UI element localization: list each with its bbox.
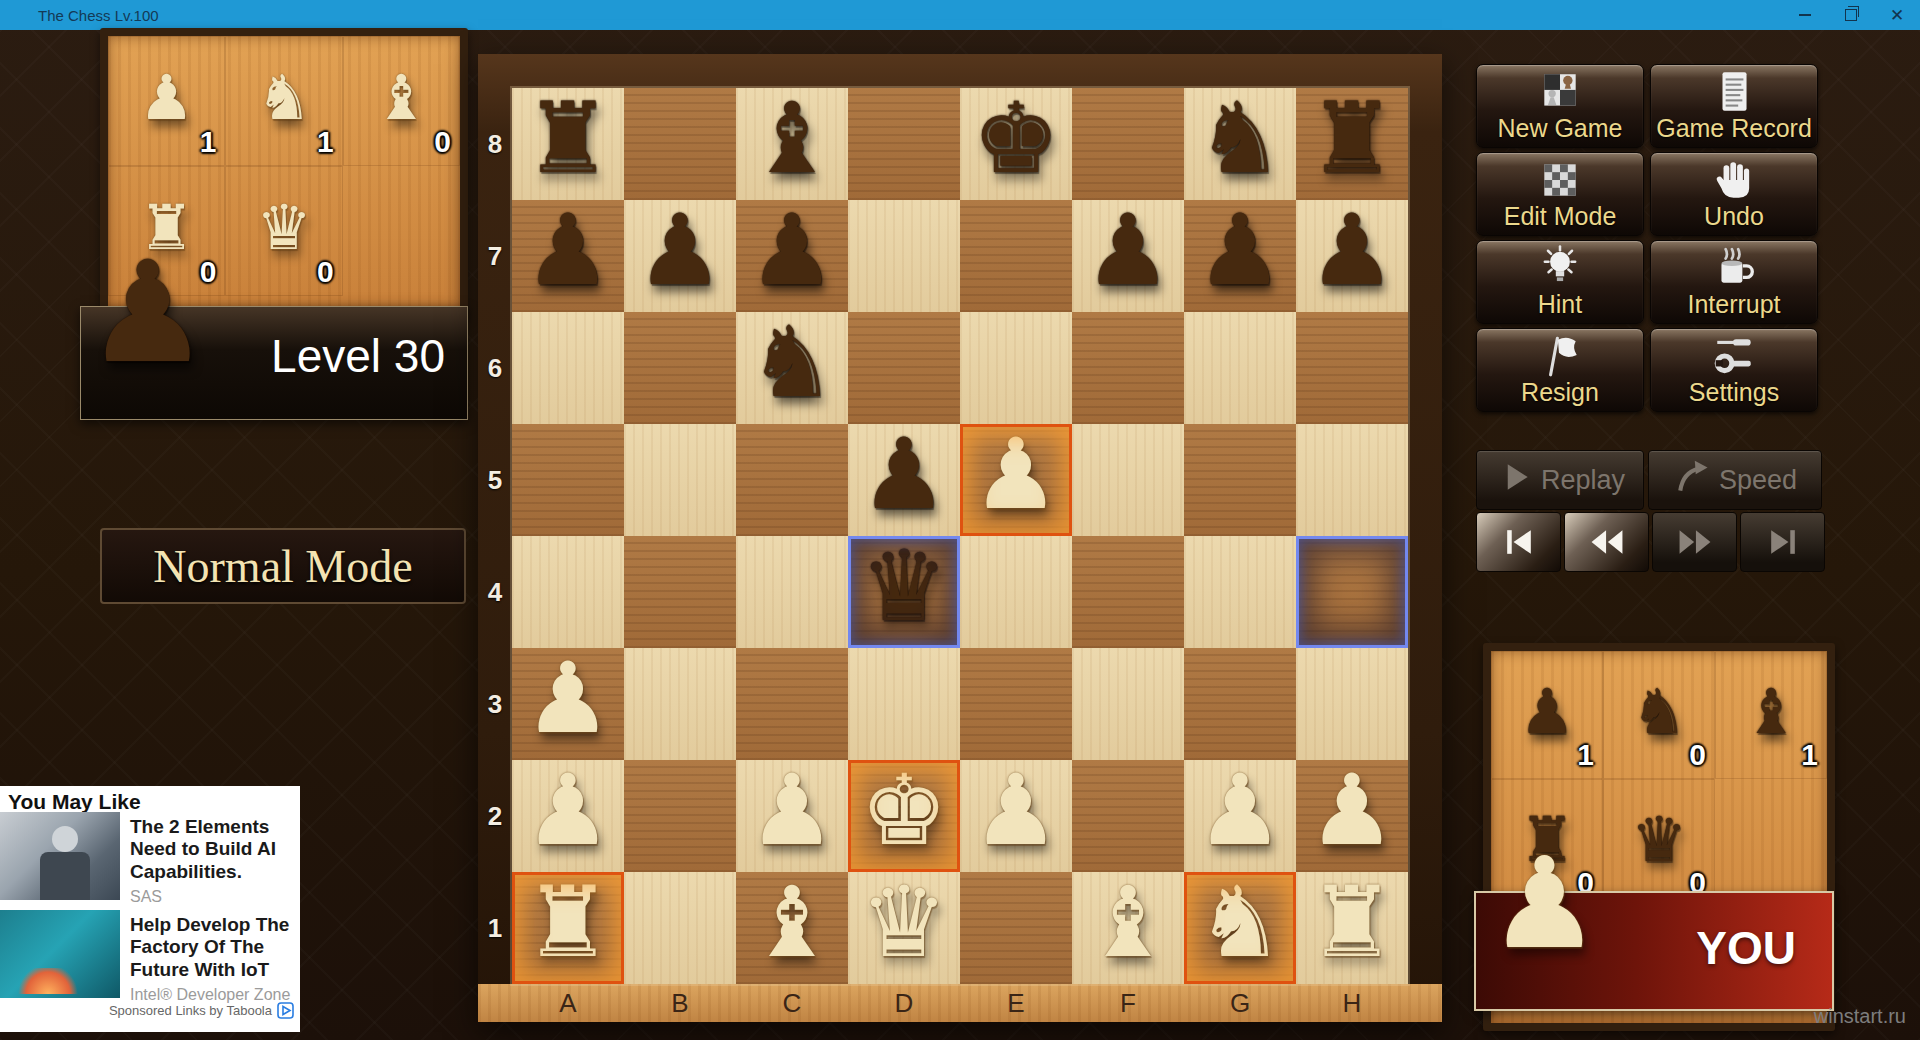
mode-label: Normal Mode bbox=[153, 540, 412, 593]
file-label-d: D bbox=[848, 984, 960, 1022]
piece-black-rook: ♜ bbox=[1308, 89, 1396, 187]
skip-start-button[interactable] bbox=[1476, 512, 1561, 572]
captured-count: 1 bbox=[317, 125, 334, 159]
restore-icon bbox=[1845, 9, 1857, 21]
replay-button[interactable]: Replay bbox=[1476, 450, 1644, 510]
square-f4[interactable] bbox=[1072, 536, 1184, 648]
file-label-b: B bbox=[624, 984, 736, 1022]
edit-mode-button[interactable]: Edit Mode bbox=[1476, 152, 1644, 236]
piece-black-queen: ♛ bbox=[860, 537, 948, 635]
rank-labels: 87654321 bbox=[478, 88, 512, 984]
black-piece-glyph: ♟ bbox=[1519, 681, 1575, 743]
rank-label-7: 7 bbox=[478, 200, 512, 312]
square-b3[interactable] bbox=[624, 648, 736, 760]
captured-count: 1 bbox=[200, 125, 217, 159]
square-g8[interactable]: ♞ bbox=[1184, 88, 1296, 200]
captured-black-pawn: ♟1 bbox=[1491, 651, 1603, 779]
file-label-f: F bbox=[1072, 984, 1184, 1022]
square-c5[interactable] bbox=[736, 424, 848, 536]
piece-black-pawn: ♟ bbox=[524, 201, 612, 299]
rank-label-1: 1 bbox=[478, 872, 512, 984]
minimize-icon bbox=[1799, 14, 1811, 16]
square-e7[interactable] bbox=[960, 200, 1072, 312]
ad-source-1: SAS bbox=[130, 888, 296, 906]
square-e8[interactable]: ♚ bbox=[960, 88, 1072, 200]
square-g3[interactable] bbox=[1184, 648, 1296, 760]
taboola-icon bbox=[277, 1002, 294, 1019]
square-h6[interactable] bbox=[1296, 312, 1408, 424]
opponent-level-label: Level 30 bbox=[271, 329, 445, 383]
square-a1[interactable]: ♜ bbox=[512, 872, 624, 984]
square-a7[interactable]: ♟ bbox=[512, 200, 624, 312]
piece-white-pawn: ♟ bbox=[748, 761, 836, 859]
player-panel: ♟ YOU bbox=[1474, 891, 1834, 1011]
square-c1[interactable]: ♝ bbox=[736, 872, 848, 984]
square-d7[interactable] bbox=[848, 200, 960, 312]
captured-white-bishop: ♝0 bbox=[343, 36, 460, 166]
fast-forward bbox=[1675, 522, 1715, 562]
skip-end-button[interactable] bbox=[1740, 512, 1825, 572]
square-d1[interactable]: ♛ bbox=[848, 872, 960, 984]
square-a4[interactable] bbox=[512, 536, 624, 648]
piece-white-pawn: ♟ bbox=[972, 761, 1060, 859]
captured-white-tray: ♟1♞1♝0♜0♛0 bbox=[100, 28, 468, 316]
button-label: New Game bbox=[1497, 115, 1622, 143]
piece-white-bishop: ♝ bbox=[1084, 873, 1172, 971]
piece-white-king: ♚ bbox=[860, 761, 948, 859]
piece-black-pawn: ♟ bbox=[748, 201, 836, 299]
piece-white-knight: ♞ bbox=[1196, 873, 1284, 971]
watermark: winstart.ru bbox=[1814, 1005, 1906, 1028]
menu-panel: New GameGame RecordEdit ModeUndoHintInte… bbox=[1476, 64, 1818, 412]
ad-item-1[interactable]: The 2 Elements Need to Build AI Capabili… bbox=[130, 816, 296, 906]
captured-count: 1 bbox=[1801, 738, 1818, 772]
square-b1[interactable] bbox=[624, 872, 736, 984]
captured-white-pawn: ♟1 bbox=[108, 36, 225, 166]
rank-label-6: 6 bbox=[478, 312, 512, 424]
square-c2[interactable]: ♟ bbox=[736, 760, 848, 872]
close-icon: ✕ bbox=[1890, 7, 1904, 24]
square-b4[interactable] bbox=[624, 536, 736, 648]
square-f6[interactable] bbox=[1072, 312, 1184, 424]
rank-label-3: 3 bbox=[478, 648, 512, 760]
square-b2[interactable] bbox=[624, 760, 736, 872]
ad-item-2[interactable]: Help Develop The Factory Of The Future W… bbox=[130, 914, 296, 1004]
ad-title-1: The 2 Elements Need to Build AI Capabili… bbox=[130, 816, 296, 883]
skip-end bbox=[1763, 522, 1803, 562]
taboola-label: Sponsored Links by Taboola bbox=[109, 1003, 272, 1018]
piece-white-pawn: ♟ bbox=[524, 761, 612, 859]
rank-label-2: 2 bbox=[478, 760, 512, 872]
black-piece-glyph: ♞ bbox=[1631, 681, 1687, 743]
square-d8[interactable] bbox=[848, 88, 960, 200]
square-e6[interactable] bbox=[960, 312, 1072, 424]
button-label: Interrupt bbox=[1687, 291, 1780, 319]
square-b6[interactable] bbox=[624, 312, 736, 424]
opponent-panel: ♟ Level 30 bbox=[80, 306, 468, 420]
file-label-e: E bbox=[960, 984, 1072, 1022]
square-d2[interactable]: ♚ bbox=[848, 760, 960, 872]
hint-button[interactable]: Hint bbox=[1476, 240, 1644, 324]
button-label: Edit Mode bbox=[1504, 203, 1617, 231]
piece-white-pawn: ♟ bbox=[972, 425, 1060, 523]
white-piece-glyph: ♟ bbox=[139, 67, 195, 129]
ad-title-2: Help Develop The Factory Of The Future W… bbox=[130, 914, 296, 981]
new-game-icon bbox=[1537, 69, 1583, 115]
square-c3[interactable] bbox=[736, 648, 848, 760]
square-h4[interactable] bbox=[1296, 536, 1408, 648]
square-h2[interactable]: ♟ bbox=[1296, 760, 1408, 872]
mode-panel: Normal Mode bbox=[100, 528, 466, 604]
skip-start bbox=[1499, 522, 1539, 562]
undo-hand-icon bbox=[1711, 157, 1757, 203]
ad-image-1 bbox=[0, 812, 120, 900]
square-f1[interactable]: ♝ bbox=[1072, 872, 1184, 984]
square-f8[interactable] bbox=[1072, 88, 1184, 200]
square-g4[interactable] bbox=[1184, 536, 1296, 648]
play-icon bbox=[1495, 457, 1535, 504]
piece-white-bishop: ♝ bbox=[748, 873, 836, 971]
square-e4[interactable] bbox=[960, 536, 1072, 648]
window-title: The Chess Lv.100 bbox=[38, 7, 159, 24]
speed-arrow-icon bbox=[1673, 457, 1713, 497]
settings-button[interactable]: Settings bbox=[1650, 328, 1818, 412]
square-g1[interactable]: ♞ bbox=[1184, 872, 1296, 984]
square-f3[interactable] bbox=[1072, 648, 1184, 760]
square-f7[interactable]: ♟ bbox=[1072, 200, 1184, 312]
replay-nav-row bbox=[1476, 512, 1825, 572]
interrupt-button[interactable]: Interrupt bbox=[1650, 240, 1818, 324]
game-record-icon bbox=[1711, 69, 1757, 115]
ad-image-2 bbox=[0, 910, 120, 998]
chess-board: ♜♝♚♞♜♟♟♟♟♟♟♞♟♟♛♟♟♟♚♟♟♟♜♝♛♝♞♜ bbox=[512, 88, 1408, 984]
taboola-attribution-link[interactable]: Sponsored Links by Taboola bbox=[109, 1002, 294, 1019]
close-button[interactable]: ✕ bbox=[1874, 0, 1920, 30]
resign-button[interactable]: Resign bbox=[1476, 328, 1644, 412]
square-c4[interactable] bbox=[736, 536, 848, 648]
piece-white-rook: ♜ bbox=[1308, 873, 1396, 971]
file-label-g: G bbox=[1184, 984, 1296, 1022]
piece-white-pawn: ♟ bbox=[524, 649, 612, 747]
board-frame: ABCDEFGH 87654321 ♜♝♚♞♜♟♟♟♟♟♟♞♟♟♛♟♟♟♚♟♟♟… bbox=[478, 54, 1442, 1022]
piece-black-rook: ♜ bbox=[524, 89, 612, 187]
square-e1[interactable] bbox=[960, 872, 1072, 984]
title-bar: The Chess Lv.100 ✕ bbox=[0, 0, 1920, 30]
button-label: Resign bbox=[1521, 379, 1599, 407]
file-label-a: A bbox=[512, 984, 624, 1022]
white-piece-glyph: ♝ bbox=[374, 67, 430, 129]
square-e3[interactable] bbox=[960, 648, 1072, 760]
square-b8[interactable] bbox=[624, 88, 736, 200]
black-piece-glyph: ♜ bbox=[1519, 809, 1575, 871]
rewind-button[interactable] bbox=[1564, 512, 1649, 572]
square-d6[interactable] bbox=[848, 312, 960, 424]
button-label: Undo bbox=[1704, 203, 1764, 231]
play-icon bbox=[1495, 457, 1535, 497]
speed-arrow-icon bbox=[1673, 457, 1713, 504]
captured-count: 0 bbox=[1689, 738, 1706, 772]
captured-count: 0 bbox=[317, 255, 334, 289]
square-d3[interactable] bbox=[848, 648, 960, 760]
rank-label-5: 5 bbox=[478, 424, 512, 536]
square-h5[interactable] bbox=[1296, 424, 1408, 536]
piece-black-pawn: ♟ bbox=[1308, 201, 1396, 299]
button-label: Hint bbox=[1538, 291, 1582, 319]
captured-black-bishop: ♝1 bbox=[1715, 651, 1827, 779]
hint-bulb-icon bbox=[1537, 245, 1583, 291]
new-game-button[interactable]: New Game bbox=[1476, 64, 1644, 148]
captured-white-knight: ♞1 bbox=[225, 36, 342, 166]
player-label: YOU bbox=[1696, 921, 1796, 975]
speed-button[interactable]: Speed bbox=[1648, 450, 1822, 510]
white-piece-glyph: ♛ bbox=[256, 197, 312, 259]
square-g7[interactable]: ♟ bbox=[1184, 200, 1296, 312]
captured-black-knight: ♞0 bbox=[1603, 651, 1715, 779]
square-a3[interactable]: ♟ bbox=[512, 648, 624, 760]
piece-black-pawn: ♟ bbox=[1196, 201, 1284, 299]
file-labels: ABCDEFGH bbox=[512, 984, 1408, 1022]
square-a8[interactable]: ♜ bbox=[512, 88, 624, 200]
square-g5[interactable] bbox=[1184, 424, 1296, 536]
captured-black-rook: ♜0 bbox=[1491, 779, 1603, 907]
settings-tools-icon bbox=[1711, 333, 1757, 379]
edit-mode-icon bbox=[1537, 157, 1583, 203]
square-d4[interactable]: ♛ bbox=[848, 536, 960, 648]
white-piece-glyph: ♜ bbox=[139, 197, 195, 259]
black-piece-glyph: ♛ bbox=[1631, 809, 1687, 871]
square-c7[interactable]: ♟ bbox=[736, 200, 848, 312]
fast-forward-button[interactable] bbox=[1652, 512, 1737, 572]
piece-black-king: ♚ bbox=[972, 89, 1060, 187]
piece-white-queen: ♛ bbox=[860, 873, 948, 971]
square-h3[interactable] bbox=[1296, 648, 1408, 760]
square-a6[interactable] bbox=[512, 312, 624, 424]
app-window: The Chess Lv.100 ✕ ♟1♞1♝0♜0♛0 ♟ Level 30… bbox=[0, 0, 1920, 1040]
captured-white-rook: ♜0 bbox=[108, 166, 225, 296]
rank-label-8: 8 bbox=[478, 88, 512, 200]
file-label-c: C bbox=[736, 984, 848, 1022]
restore-button[interactable] bbox=[1828, 0, 1874, 30]
captured-black-queen: ♛0 bbox=[1603, 779, 1715, 907]
piece-white-rook: ♜ bbox=[524, 873, 612, 971]
captured-count: 1 bbox=[1577, 738, 1594, 772]
rewind bbox=[1587, 522, 1627, 562]
white-piece-glyph: ♞ bbox=[256, 67, 312, 129]
captured-white-queen: ♛0 bbox=[225, 166, 342, 296]
resign-flag-icon bbox=[1537, 333, 1583, 379]
minimize-button[interactable] bbox=[1782, 0, 1828, 30]
piece-black-knight: ♞ bbox=[748, 313, 836, 411]
board-bottom-rail: ABCDEFGH bbox=[478, 984, 1442, 1022]
square-f5[interactable] bbox=[1072, 424, 1184, 536]
ad-panel: You May Like The 2 Elements Need to Buil… bbox=[0, 786, 300, 1032]
square-f2[interactable] bbox=[1072, 760, 1184, 872]
square-g2[interactable]: ♟ bbox=[1184, 760, 1296, 872]
square-b7[interactable]: ♟ bbox=[624, 200, 736, 312]
button-label: Game Record bbox=[1656, 115, 1812, 143]
square-c6[interactable]: ♞ bbox=[736, 312, 848, 424]
replay-label: Replay bbox=[1541, 465, 1625, 496]
piece-black-bishop: ♝ bbox=[748, 89, 836, 187]
square-g6[interactable] bbox=[1184, 312, 1296, 424]
speed-label: Speed bbox=[1719, 465, 1797, 496]
captured-count: 0 bbox=[434, 125, 451, 159]
square-e2[interactable]: ♟ bbox=[960, 760, 1072, 872]
square-a5[interactable] bbox=[512, 424, 624, 536]
black-piece-glyph: ♝ bbox=[1743, 681, 1799, 743]
piece-black-pawn: ♟ bbox=[1084, 201, 1172, 299]
piece-black-knight: ♞ bbox=[1196, 89, 1284, 187]
square-b5[interactable] bbox=[624, 424, 736, 536]
square-h8[interactable]: ♜ bbox=[1296, 88, 1408, 200]
square-a2[interactable]: ♟ bbox=[512, 760, 624, 872]
rank-label-4: 4 bbox=[478, 536, 512, 648]
file-label-h: H bbox=[1296, 984, 1408, 1022]
captured-count: 0 bbox=[200, 255, 217, 289]
piece-black-pawn: ♟ bbox=[636, 201, 724, 299]
square-h7[interactable]: ♟ bbox=[1296, 200, 1408, 312]
undo-button[interactable]: Undo bbox=[1650, 152, 1818, 236]
piece-black-pawn: ♟ bbox=[860, 425, 948, 523]
game-record-button[interactable]: Game Record bbox=[1650, 64, 1818, 148]
interrupt-mug-icon bbox=[1711, 245, 1757, 291]
square-h1[interactable]: ♜ bbox=[1296, 872, 1408, 984]
piece-white-pawn: ♟ bbox=[1308, 761, 1396, 859]
button-label: Settings bbox=[1689, 379, 1779, 407]
square-c8[interactable]: ♝ bbox=[736, 88, 848, 200]
square-e5[interactable]: ♟ bbox=[960, 424, 1072, 536]
square-d5[interactable]: ♟ bbox=[848, 424, 960, 536]
ad-header: You May Like bbox=[8, 790, 141, 814]
piece-white-pawn: ♟ bbox=[1196, 761, 1284, 859]
